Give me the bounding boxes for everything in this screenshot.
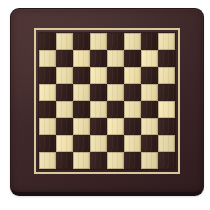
- square-f5: [124, 84, 141, 101]
- square-a5: [39, 84, 56, 101]
- square-c3: [73, 118, 90, 135]
- square-b3: [56, 118, 73, 135]
- square-f7: [124, 50, 141, 67]
- square-d4: [90, 101, 107, 118]
- square-g6: [141, 67, 158, 84]
- square-d6: [90, 67, 107, 84]
- square-d5: [90, 84, 107, 101]
- square-h5: [158, 84, 175, 101]
- square-h2: [158, 135, 175, 152]
- square-e1: [107, 152, 124, 169]
- square-b6: [56, 67, 73, 84]
- square-f4: [124, 101, 141, 118]
- square-e5: [107, 84, 124, 101]
- square-a3: [39, 118, 56, 135]
- square-h6: [158, 67, 175, 84]
- square-h7: [158, 50, 175, 67]
- square-g1: [141, 152, 158, 169]
- square-a4: [39, 101, 56, 118]
- square-b7: [56, 50, 73, 67]
- square-c8: [73, 33, 90, 50]
- square-e3: [107, 118, 124, 135]
- square-f3: [124, 118, 141, 135]
- square-g3: [141, 118, 158, 135]
- square-e4: [107, 101, 124, 118]
- square-a1: [39, 152, 56, 169]
- square-a6: [39, 67, 56, 84]
- square-f1: [124, 152, 141, 169]
- square-h8: [158, 33, 175, 50]
- square-a8: [39, 33, 56, 50]
- playing-area: [39, 33, 175, 169]
- square-g8: [141, 33, 158, 50]
- square-e8: [107, 33, 124, 50]
- square-d3: [90, 118, 107, 135]
- square-c4: [73, 101, 90, 118]
- square-g4: [141, 101, 158, 118]
- square-h4: [158, 101, 175, 118]
- square-c5: [73, 84, 90, 101]
- square-c1: [73, 152, 90, 169]
- square-b4: [56, 101, 73, 118]
- square-c6: [73, 67, 90, 84]
- chess-board: [10, 8, 204, 196]
- square-e2: [107, 135, 124, 152]
- square-b2: [56, 135, 73, 152]
- square-e6: [107, 67, 124, 84]
- square-a2: [39, 135, 56, 152]
- square-d1: [90, 152, 107, 169]
- product-photo: [0, 0, 210, 210]
- square-f6: [124, 67, 141, 84]
- square-h1: [158, 152, 175, 169]
- square-a7: [39, 50, 56, 67]
- square-g7: [141, 50, 158, 67]
- square-d2: [90, 135, 107, 152]
- square-c2: [73, 135, 90, 152]
- square-b1: [56, 152, 73, 169]
- square-b8: [56, 33, 73, 50]
- square-f8: [124, 33, 141, 50]
- square-c7: [73, 50, 90, 67]
- square-h3: [158, 118, 175, 135]
- square-d7: [90, 50, 107, 67]
- square-e7: [107, 50, 124, 67]
- square-b5: [56, 84, 73, 101]
- square-f2: [124, 135, 141, 152]
- square-g5: [141, 84, 158, 101]
- square-g2: [141, 135, 158, 152]
- square-d8: [90, 33, 107, 50]
